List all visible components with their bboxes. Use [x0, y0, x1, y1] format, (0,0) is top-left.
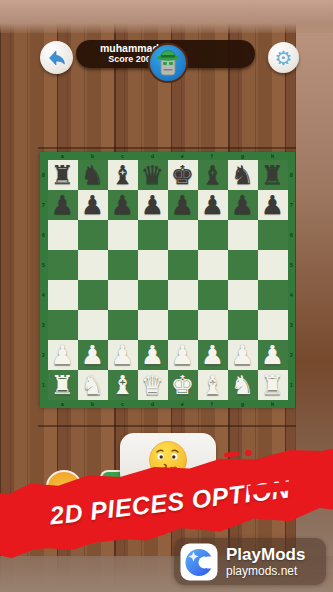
back-button[interactable]: [40, 41, 73, 74]
square-e3[interactable]: [168, 310, 198, 340]
playmods-texts: PlayMods playmods.net: [226, 545, 305, 578]
piece-white-pawn[interactable]: ♟: [231, 340, 254, 370]
rank-label-right-5: 5: [290, 263, 293, 268]
piece-white-pawn[interactable]: ♟: [111, 340, 134, 370]
file-label-top-h: h: [271, 154, 274, 159]
rank-label-right-6: 6: [290, 233, 293, 238]
piece-white-queen[interactable]: ♛: [141, 370, 164, 400]
piece-black-knight[interactable]: ♞: [81, 160, 104, 190]
square-g3[interactable]: [228, 310, 258, 340]
file-label-top-c: c: [121, 154, 124, 159]
piece-black-pawn[interactable]: ♟: [81, 190, 104, 220]
square-d5[interactable]: [138, 250, 168, 280]
square-g7[interactable]: ♟: [228, 190, 258, 220]
square-g2[interactable]: ♟: [228, 340, 258, 370]
rank-label-left-1: 1: [42, 383, 45, 388]
settings-button[interactable]: ⚙: [268, 42, 299, 73]
square-h5[interactable]: [258, 250, 288, 280]
rank-label-left-6: 6: [42, 233, 45, 238]
blurred-edge: [0, 0, 333, 33]
file-label-top-d: d: [151, 154, 154, 159]
file-label-bottom-d: d: [151, 402, 154, 407]
chess-board: ♜♞♝♛♚♝♞♜♟♟♟♟♟♟♟♟♟♟♟♟♟♟♟♟♜♞♝♛♚♝♞♜ aabbccd…: [40, 152, 295, 408]
piece-white-king[interactable]: ♚: [171, 370, 194, 400]
paint-dash: [245, 450, 253, 457]
square-d6[interactable]: [138, 220, 168, 250]
playmods-site-url: playmods.net: [226, 564, 305, 578]
piece-black-bishop[interactable]: ♝: [111, 160, 134, 190]
square-c4[interactable]: [108, 280, 138, 310]
file-label-bottom-c: c: [121, 402, 124, 407]
square-b7[interactable]: ♟: [78, 190, 108, 220]
piece-black-pawn[interactable]: ♟: [171, 190, 194, 220]
piece-white-pawn[interactable]: ♟: [81, 340, 104, 370]
piece-black-pawn[interactable]: ♟: [141, 190, 164, 220]
piece-white-rook[interactable]: ♜: [261, 370, 284, 400]
square-f8[interactable]: ♝: [198, 160, 228, 190]
file-label-top-e: e: [181, 154, 184, 159]
paint-dash: [224, 451, 239, 458]
square-a5[interactable]: [48, 250, 78, 280]
square-a3[interactable]: [48, 310, 78, 340]
square-e4[interactable]: [168, 280, 198, 310]
file-label-bottom-e: e: [181, 402, 184, 407]
piece-black-bishop[interactable]: ♝: [201, 160, 224, 190]
file-label-top-b: b: [91, 154, 94, 159]
piece-black-pawn[interactable]: ♟: [111, 190, 134, 220]
rank-label-left-5: 5: [42, 263, 45, 268]
piece-white-knight[interactable]: ♞: [231, 370, 254, 400]
piece-white-bishop[interactable]: ♝: [201, 370, 224, 400]
rank-label-left-3: 3: [42, 323, 45, 328]
file-label-bottom-h: h: [271, 402, 274, 407]
file-label-top-f: f: [211, 154, 213, 159]
square-g8[interactable]: ♞: [228, 160, 258, 190]
piece-white-knight[interactable]: ♞: [81, 370, 104, 400]
board-grid: ♜♞♝♛♚♝♞♜♟♟♟♟♟♟♟♟♟♟♟♟♟♟♟♟♜♞♝♛♚♝♞♜: [48, 160, 288, 400]
square-f4[interactable]: [198, 280, 228, 310]
square-d7[interactable]: ♟: [138, 190, 168, 220]
piece-black-pawn[interactable]: ♟: [261, 190, 284, 220]
square-c6[interactable]: [108, 220, 138, 250]
piece-black-knight[interactable]: ♞: [231, 160, 254, 190]
app-screen: muhammadz Score 2000 ⚙ ♜♞♝♛♚♝♞♜♟♟♟♟♟♟♟♟♟…: [0, 0, 333, 592]
square-c8[interactable]: ♝: [108, 160, 138, 190]
piece-white-bishop[interactable]: ♝: [111, 370, 134, 400]
square-c1[interactable]: ♝: [108, 370, 138, 400]
square-h3[interactable]: [258, 310, 288, 340]
square-g1[interactable]: ♞: [228, 370, 258, 400]
piece-white-pawn[interactable]: ♟: [171, 340, 194, 370]
square-h7[interactable]: ♟: [258, 190, 288, 220]
square-e1[interactable]: ♚: [168, 370, 198, 400]
square-c7[interactable]: ♟: [108, 190, 138, 220]
square-f6[interactable]: [198, 220, 228, 250]
playmods-logo-icon: [180, 543, 218, 581]
piece-black-pawn[interactable]: ♟: [201, 190, 224, 220]
square-f2[interactable]: ♟: [198, 340, 228, 370]
square-b2[interactable]: ♟: [78, 340, 108, 370]
piece-white-pawn[interactable]: ♟: [141, 340, 164, 370]
square-b8[interactable]: ♞: [78, 160, 108, 190]
rank-label-left-2: 2: [42, 353, 45, 358]
piece-black-king[interactable]: ♚: [171, 160, 194, 190]
playmods-app-name: PlayMods: [226, 545, 305, 564]
rank-label-right-4: 4: [290, 293, 293, 298]
square-e8[interactable]: ♚: [168, 160, 198, 190]
square-h2[interactable]: ♟: [258, 340, 288, 370]
square-d2[interactable]: ♟: [138, 340, 168, 370]
piece-black-pawn[interactable]: ♟: [231, 190, 254, 220]
robot-avatar-icon: [150, 45, 186, 81]
square-e6[interactable]: [168, 220, 198, 250]
square-h8[interactable]: ♜: [258, 160, 288, 190]
square-f7[interactable]: ♟: [198, 190, 228, 220]
file-label-top-a: a: [61, 154, 64, 159]
file-label-bottom-b: b: [91, 402, 94, 407]
square-c3[interactable]: [108, 310, 138, 340]
square-d1[interactable]: ♛: [138, 370, 168, 400]
square-e5[interactable]: [168, 250, 198, 280]
square-f3[interactable]: [198, 310, 228, 340]
piece-white-pawn[interactable]: ♟: [261, 340, 284, 370]
piece-black-queen[interactable]: ♛: [141, 160, 164, 190]
square-b1[interactable]: ♞: [78, 370, 108, 400]
square-b5[interactable]: [78, 250, 108, 280]
piece-black-rook[interactable]: ♜: [261, 160, 284, 190]
square-e7[interactable]: ♟: [168, 190, 198, 220]
rank-label-right-7: 7: [290, 203, 293, 208]
piece-black-pawn[interactable]: ♟: [51, 190, 74, 220]
square-a8[interactable]: ♜: [48, 160, 78, 190]
piece-white-pawn[interactable]: ♟: [201, 340, 224, 370]
back-arrow-icon: [48, 50, 66, 66]
square-h1[interactable]: ♜: [258, 370, 288, 400]
rank-label-right-1: 1: [290, 383, 293, 388]
square-g6[interactable]: [228, 220, 258, 250]
rank-label-right-3: 3: [290, 323, 293, 328]
square-h4[interactable]: [258, 280, 288, 310]
square-h6[interactable]: [258, 220, 288, 250]
square-d3[interactable]: [138, 310, 168, 340]
rank-label-right-8: 8: [290, 173, 293, 178]
gear-icon: ⚙: [275, 48, 293, 68]
square-b3[interactable]: [78, 310, 108, 340]
rank-label-left-7: 7: [42, 203, 45, 208]
file-label-top-g: g: [241, 154, 244, 159]
square-c2[interactable]: ♟: [108, 340, 138, 370]
square-a1[interactable]: ♜: [48, 370, 78, 400]
square-b6[interactable]: [78, 220, 108, 250]
playmods-badge[interactable]: PlayMods playmods.net: [174, 538, 326, 585]
square-a4[interactable]: [48, 280, 78, 310]
square-d4[interactable]: [138, 280, 168, 310]
square-g4[interactable]: [228, 280, 258, 310]
square-b4[interactable]: [78, 280, 108, 310]
piece-black-rook[interactable]: ♜: [51, 160, 74, 190]
square-a7[interactable]: ♟: [48, 190, 78, 220]
rank-label-left-4: 4: [42, 293, 45, 298]
file-label-bottom-a: a: [61, 402, 64, 407]
rank-label-left-8: 8: [42, 173, 45, 178]
square-f5[interactable]: [198, 250, 228, 280]
square-f1[interactable]: ♝: [198, 370, 228, 400]
square-c5[interactable]: [108, 250, 138, 280]
piece-white-pawn[interactable]: ♟: [51, 340, 74, 370]
file-label-bottom-f: f: [211, 402, 213, 407]
square-g5[interactable]: [228, 250, 258, 280]
file-label-bottom-g: g: [241, 402, 244, 407]
avatar[interactable]: [148, 43, 188, 83]
wood-seam: [38, 425, 296, 427]
square-a6[interactable]: [48, 220, 78, 250]
rank-label-right-2: 2: [290, 353, 293, 358]
wood-seam: [38, 147, 296, 149]
square-e2[interactable]: ♟: [168, 340, 198, 370]
square-a2[interactable]: ♟: [48, 340, 78, 370]
square-d8[interactable]: ♛: [138, 160, 168, 190]
piece-white-rook[interactable]: ♜: [51, 370, 74, 400]
